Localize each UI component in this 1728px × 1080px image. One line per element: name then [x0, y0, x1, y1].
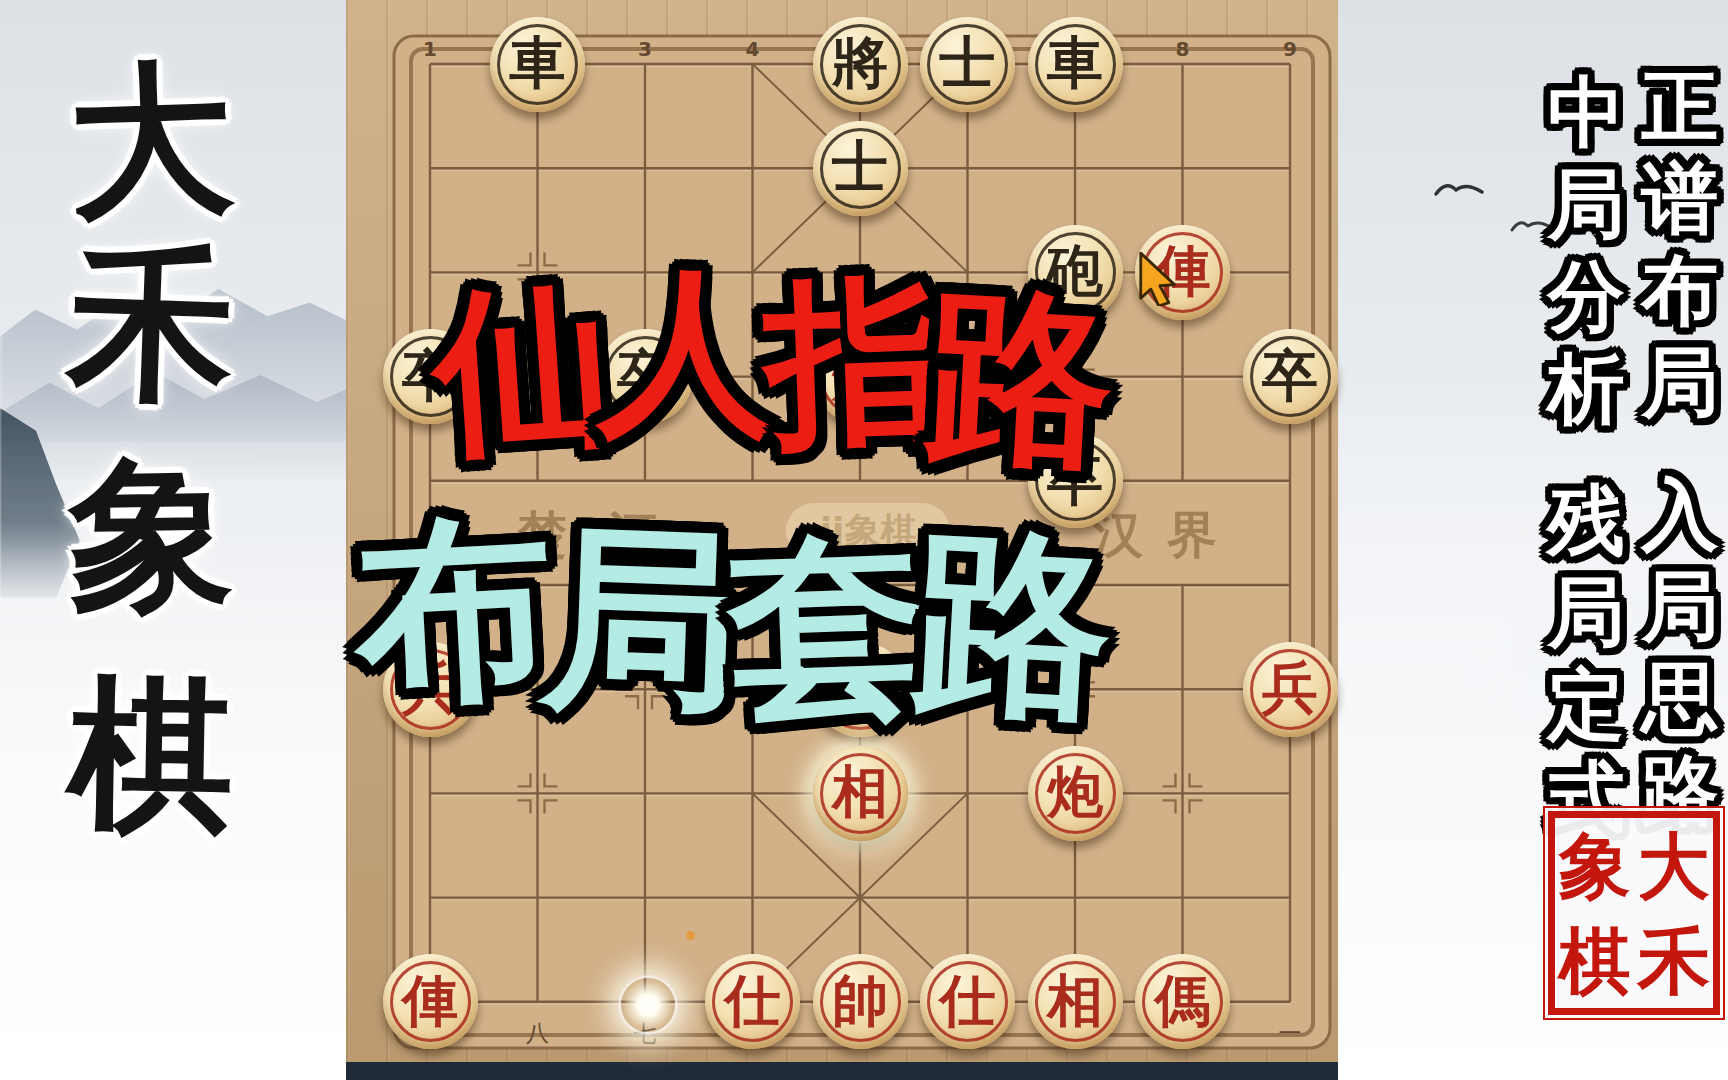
piece-red-傌[interactable]: 傌: [1135, 954, 1230, 1049]
piece-black-車[interactable]: 車: [1028, 17, 1123, 112]
piece-red-仕[interactable]: 仕: [705, 954, 800, 1049]
seal-char: 禾: [1634, 913, 1713, 1008]
piece-red-相[interactable]: 相: [813, 746, 908, 841]
slogan-char: 中: [1540, 68, 1632, 160]
piece-glyph: 傌: [1155, 972, 1211, 1028]
slogan-char: 局: [1634, 338, 1726, 430]
slogan-char: 定: [1540, 660, 1632, 752]
slogan-char: 局: [1634, 562, 1726, 654]
slogan-char: 布: [1634, 246, 1726, 338]
slogan-column-left: 中局分析残局定式: [1540, 68, 1632, 844]
piece-red-相[interactable]: 相: [1028, 954, 1123, 1049]
piece-black-士[interactable]: 士: [920, 17, 1015, 112]
piece-red-俥[interactable]: 俥: [383, 954, 478, 1049]
slogan-char: 析: [1540, 344, 1632, 436]
slogan-char: 入: [1634, 470, 1726, 562]
title-char: 人: [597, 261, 781, 445]
brand-seal-inner: 象大棋禾: [1548, 811, 1720, 1015]
main-title: 仙人指路: [434, 276, 1098, 454]
piece-glyph: 相: [832, 763, 888, 819]
brand-char: 大: [52, 55, 250, 227]
decorative-dot: [686, 931, 695, 940]
mouse-cursor-icon: [1136, 252, 1186, 306]
piece-black-車[interactable]: 車: [490, 17, 585, 112]
seal-char: 大: [1634, 818, 1713, 913]
piece-red-兵[interactable]: 兵: [1243, 642, 1338, 737]
piece-glyph: 俥: [402, 972, 458, 1028]
title-char: 路: [922, 281, 1118, 477]
brand-char: 禾: [52, 239, 250, 411]
slogan-char: 局: [1540, 568, 1632, 660]
slogan-column-right: 正谱布局入局思路: [1634, 62, 1726, 838]
board-bottom-strip: [346, 1062, 1338, 1080]
piece-red-仕[interactable]: 仕: [920, 954, 1015, 1049]
piece-glyph: 士: [832, 138, 888, 194]
seal-char: 象: [1555, 818, 1634, 913]
move-from-marker: [618, 975, 678, 1035]
slogan-char: 思: [1634, 654, 1726, 746]
brand-char: 象: [54, 450, 249, 618]
title-char: 路: [909, 521, 1117, 729]
title-char: 布: [351, 507, 559, 715]
title-char: 仙: [428, 274, 618, 464]
piece-black-卒[interactable]: 卒: [1243, 329, 1338, 424]
piece-red-帥[interactable]: 帥: [813, 954, 908, 1049]
slogan-char: 谱: [1634, 154, 1726, 246]
slogan-char: 分: [1540, 252, 1632, 344]
piece-glyph: 車: [1047, 34, 1103, 90]
piece-glyph: 仕: [725, 972, 781, 1028]
slogan-char: 局: [1540, 160, 1632, 252]
piece-glyph: 相: [1047, 972, 1103, 1028]
title-char: 局: [539, 519, 744, 724]
slogan-char: 残: [1540, 476, 1632, 568]
piece-black-將[interactable]: 將: [813, 17, 908, 112]
piece-red-炮[interactable]: 炮: [1028, 746, 1123, 841]
slogan-char: 正: [1634, 62, 1726, 154]
brand-char: 棋: [54, 670, 249, 838]
piece-glyph: 士: [940, 34, 996, 90]
bird-icon: [1432, 176, 1488, 204]
subtitle: 布局套路: [356, 520, 1100, 718]
piece-glyph: 卒: [1262, 347, 1318, 403]
piece-glyph: 車: [510, 34, 566, 90]
piece-glyph: 帥: [832, 972, 888, 1028]
piece-glyph: 炮: [1047, 763, 1103, 819]
piece-glyph: 兵: [1262, 659, 1318, 715]
piece-black-士[interactable]: 士: [813, 121, 908, 216]
seal-char: 棋: [1555, 913, 1634, 1008]
piece-glyph: 仕: [940, 972, 996, 1028]
title-char: 指: [763, 271, 947, 455]
title-char: 套: [725, 527, 930, 732]
piece-glyph: 將: [832, 34, 888, 90]
brand-seal: 象大棋禾: [1543, 806, 1725, 1020]
